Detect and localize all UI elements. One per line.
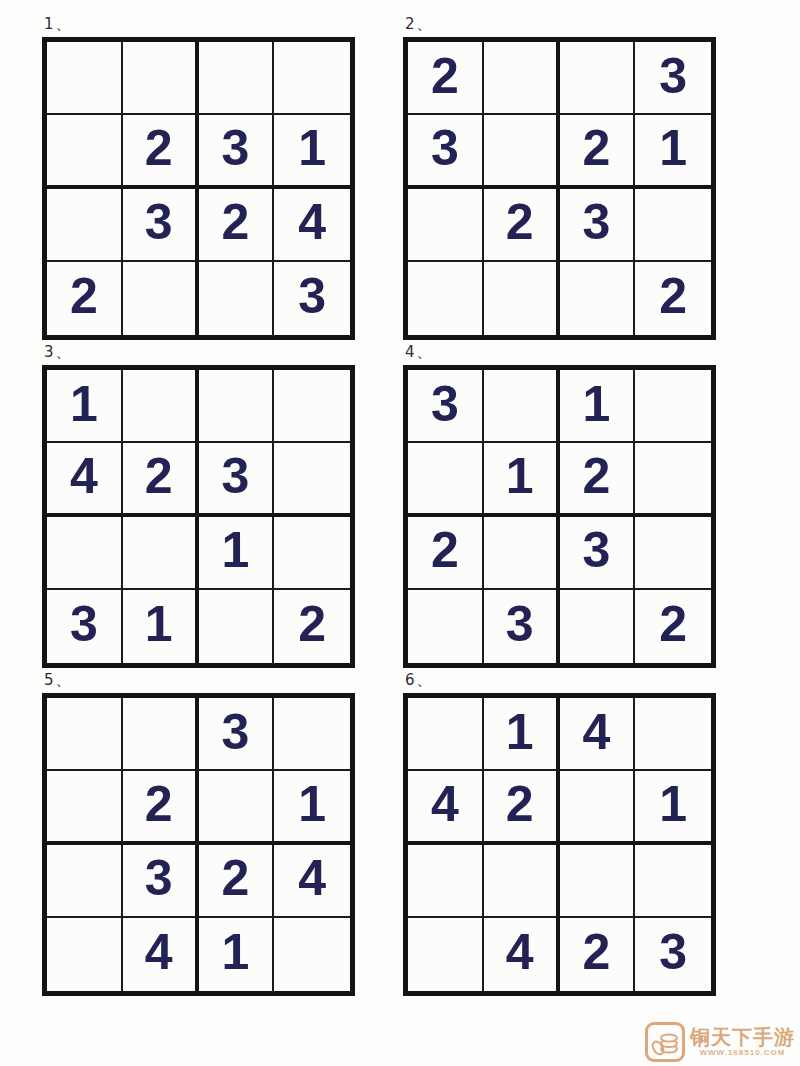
worksheet: 1、 23132423 2、 23321232 3、 14231312 4、 3… (0, 0, 800, 996)
board5-cell-r2c1[interactable] (47, 771, 123, 844)
board3-cell-r2c4[interactable] (274, 443, 350, 516)
board2-cell-r1c2[interactable] (484, 42, 560, 115)
board4-cell-r3c4[interactable] (635, 517, 711, 590)
board3-cell-r4c4: 2 (274, 590, 350, 663)
coins-icon (645, 1022, 685, 1062)
board3-cell-r3c4[interactable] (274, 517, 350, 590)
board2-cell-r2c1: 3 (408, 115, 484, 188)
board4-cell-r1c3: 1 (560, 370, 636, 443)
board4-cell-r1c4[interactable] (635, 370, 711, 443)
board4-cell-r3c3: 3 (560, 517, 636, 590)
board2-cell-r2c2[interactable] (484, 115, 560, 188)
puzzle-label-4: 4、 (405, 343, 716, 362)
board4-cell-r3c2[interactable] (484, 517, 560, 590)
board1-cell-r2c3: 3 (199, 115, 275, 188)
puzzle-5: 5、 32132441 (42, 670, 355, 996)
board4-cell-r1c1: 3 (408, 370, 484, 443)
board4-cell-r4c4: 2 (635, 590, 711, 663)
board6-cell-r2c4: 1 (635, 771, 711, 844)
board1-cell-r1c3[interactable] (199, 42, 275, 115)
board5-cell-r1c4[interactable] (274, 698, 350, 771)
board1-cell-r4c4: 3 (274, 262, 350, 335)
board2-cell-r4c1[interactable] (408, 262, 484, 335)
board5-cell-r2c2: 2 (123, 771, 199, 844)
board3-cell-r1c4[interactable] (274, 370, 350, 443)
board4-cell-r4c3[interactable] (560, 590, 636, 663)
board4-cell-r1c2[interactable] (484, 370, 560, 443)
board1-cell-r3c4: 4 (274, 189, 350, 262)
board3-cell-r3c2[interactable] (123, 517, 199, 590)
board6-cell-r3c4[interactable] (635, 845, 711, 918)
board2-cell-r3c2: 2 (484, 189, 560, 262)
board2-cell-r3c1[interactable] (408, 189, 484, 262)
board6-cell-r3c3[interactable] (560, 845, 636, 918)
board3-cell-r3c3: 1 (199, 517, 275, 590)
board6-cell-r4c3: 2 (560, 918, 636, 991)
board2-cell-r2c3: 2 (560, 115, 636, 188)
board6-cell-r4c2: 4 (484, 918, 560, 991)
board5-cell-r2c4: 1 (274, 771, 350, 844)
board5-cell-r4c4[interactable] (274, 918, 350, 991)
board3-cell-r2c2: 2 (123, 443, 199, 516)
board1-cell-r4c2[interactable] (123, 262, 199, 335)
board4-cell-r4c1[interactable] (408, 590, 484, 663)
puzzle-label-5: 5、 (44, 671, 355, 690)
board3-cell-r1c2[interactable] (123, 370, 199, 443)
board5-cell-r1c3: 3 (199, 698, 275, 771)
board2-cell-r4c3[interactable] (560, 262, 636, 335)
board6-cell-r3c2[interactable] (484, 845, 560, 918)
board3-cell-r4c1: 3 (47, 590, 123, 663)
board3-cell-r4c3[interactable] (199, 590, 275, 663)
board4-cell-r2c1[interactable] (408, 443, 484, 516)
board1-cell-r2c1[interactable] (47, 115, 123, 188)
board6-cell-r2c2: 2 (484, 771, 560, 844)
board3-cell-r2c3: 3 (199, 443, 275, 516)
board5-cell-r3c4: 4 (274, 845, 350, 918)
board6-cell-r1c4[interactable] (635, 698, 711, 771)
sudoku-board-1: 23132423 (42, 37, 355, 340)
board5-cell-r4c1[interactable] (47, 918, 123, 991)
board3-cell-r3c1[interactable] (47, 517, 123, 590)
board6-cell-r2c1: 4 (408, 771, 484, 844)
board2-cell-r1c4: 3 (635, 42, 711, 115)
puzzle-label-3: 3、 (44, 343, 355, 362)
board6-cell-r4c4: 3 (635, 918, 711, 991)
board1-cell-r4c1: 2 (47, 262, 123, 335)
board1-cell-r1c4[interactable] (274, 42, 350, 115)
board3-cell-r1c1: 1 (47, 370, 123, 443)
sudoku-board-6: 14421423 (403, 693, 716, 996)
board4-cell-r3c1: 2 (408, 517, 484, 590)
watermark-text: 铜天下手游 WWW.168510.COM (690, 1026, 798, 1058)
sudoku-board-3: 14231312 (42, 365, 355, 668)
board6-cell-r1c3: 4 (560, 698, 636, 771)
board1-cell-r2c2: 2 (123, 115, 199, 188)
board2-cell-r3c3: 3 (560, 189, 636, 262)
board2-cell-r3c4[interactable] (635, 189, 711, 262)
board5-cell-r3c2: 3 (123, 845, 199, 918)
board2-cell-r4c4: 2 (635, 262, 711, 335)
puzzle-2: 2、 23321232 (403, 14, 716, 340)
board6-cell-r2c3[interactable] (560, 771, 636, 844)
board1-cell-r3c1[interactable] (47, 189, 123, 262)
board5-cell-r3c3: 2 (199, 845, 275, 918)
puzzle-4: 4、 31122332 (403, 342, 716, 668)
board5-cell-r4c3: 1 (199, 918, 275, 991)
board5-cell-r4c2: 4 (123, 918, 199, 991)
board2-cell-r4c2[interactable] (484, 262, 560, 335)
puzzle-label-1: 1、 (44, 15, 355, 34)
puzzle-1: 1、 23132423 (42, 14, 355, 340)
watermark: 铜天下手游 WWW.168510.COM (645, 1022, 798, 1062)
board6-cell-r1c2: 1 (484, 698, 560, 771)
sudoku-board-5: 32132441 (42, 693, 355, 996)
board5-cell-r3c1[interactable] (47, 845, 123, 918)
board3-cell-r2c1: 4 (47, 443, 123, 516)
board6-cell-r1c1[interactable] (408, 698, 484, 771)
board5-cell-r1c2[interactable] (123, 698, 199, 771)
board6-cell-r4c1[interactable] (408, 918, 484, 991)
sudoku-board-4: 31122332 (403, 365, 716, 668)
board5-cell-r1c1[interactable] (47, 698, 123, 771)
board3-cell-r4c2: 1 (123, 590, 199, 663)
board4-cell-r4c2: 3 (484, 590, 560, 663)
board1-cell-r1c1[interactable] (47, 42, 123, 115)
puzzle-3: 3、 14231312 (42, 342, 355, 668)
puzzle-label-2: 2、 (405, 15, 716, 34)
watermark-brand: 铜天下手游 (690, 1026, 795, 1048)
board3-cell-r1c3[interactable] (199, 370, 275, 443)
board1-cell-r1c2[interactable] (123, 42, 199, 115)
board1-cell-r4c3[interactable] (199, 262, 275, 335)
watermark-url: WWW.168510.COM (699, 1048, 785, 1058)
puzzle-label-6: 6、 (405, 671, 716, 690)
board2-cell-r2c4: 1 (635, 115, 711, 188)
board4-cell-r2c2: 1 (484, 443, 560, 516)
board1-cell-r3c3: 2 (199, 189, 275, 262)
puzzle-6: 6、 14421423 (403, 670, 716, 996)
board1-cell-r2c4: 1 (274, 115, 350, 188)
board5-cell-r2c3[interactable] (199, 771, 275, 844)
board4-cell-r2c4[interactable] (635, 443, 711, 516)
board1-cell-r3c2: 3 (123, 189, 199, 262)
board2-cell-r1c3[interactable] (560, 42, 636, 115)
board2-cell-r1c1: 2 (408, 42, 484, 115)
board4-cell-r2c3: 2 (560, 443, 636, 516)
board6-cell-r3c1[interactable] (408, 845, 484, 918)
sudoku-board-2: 23321232 (403, 37, 716, 340)
